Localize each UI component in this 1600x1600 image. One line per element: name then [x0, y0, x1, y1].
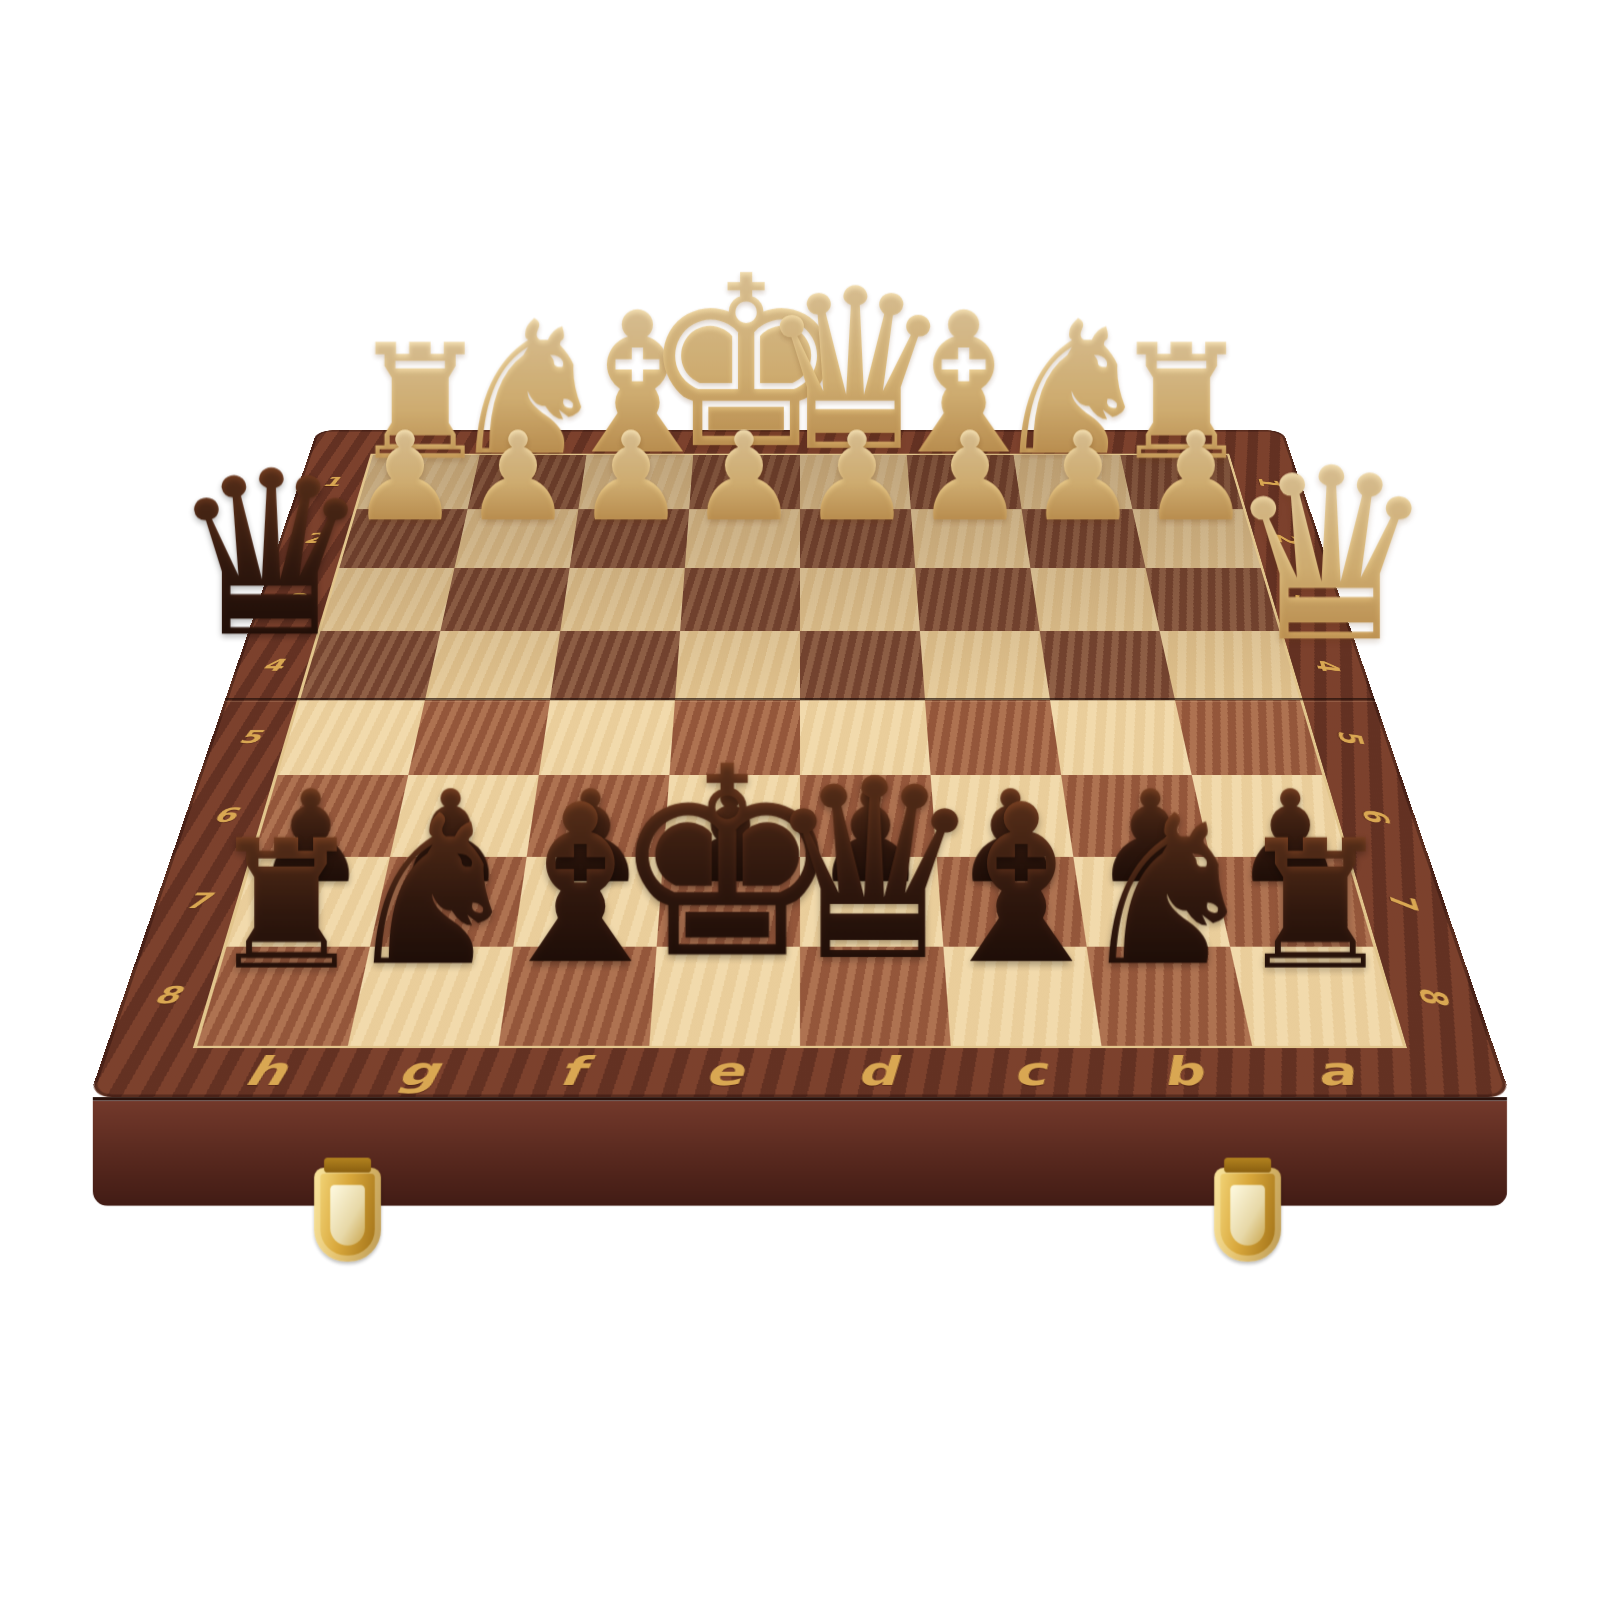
white-pawn-b2: ♟ [1027, 415, 1137, 538]
perspective-container: 1122334455667788hgfedcba ♜♞♝♚♛♝♞♜♟♟♟♟♟♟♟… [0, 0, 1600, 1600]
white-pawn-g2: ♟ [463, 415, 573, 538]
chess-set-product-photo: 1122334455667788hgfedcba ♜♞♝♚♛♝♞♜♟♟♟♟♟♟♟… [0, 0, 1600, 1600]
white-pawn-f2: ♟ [575, 415, 685, 538]
chess-board: 1122334455667788hgfedcba ♜♞♝♚♛♝♞♜♟♟♟♟♟♟♟… [89, 430, 1511, 1097]
box-front-side [93, 1097, 1507, 1206]
extra-white-queen-right-border: ♛ [1224, 436, 1438, 674]
brass-latch-left [314, 1168, 381, 1262]
rank-label-right-2: 2 [1271, 533, 1301, 543]
brass-latch-right [1214, 1168, 1281, 1262]
white-pawn-e2: ♟ [688, 415, 798, 538]
rank-label-right-4: 4 [1310, 659, 1343, 670]
white-pawn-d2: ♟ [801, 415, 911, 538]
black-rook-a8: ♜ [1234, 816, 1394, 995]
black-knight-b8: ♞ [1075, 788, 1260, 995]
rank-label-right-3: 3 [1290, 594, 1322, 605]
pieces-layer: ♜♞♝♚♛♝♞♜♟♟♟♟♟♟♟♟♟♟♟♟♟♟♟♟♜♞♝♚♛♝♞♜♛♛ [89, 430, 1511, 1097]
white-pawn-c2: ♟ [914, 415, 1024, 538]
rank-label-right-1: 1 [1254, 477, 1283, 486]
